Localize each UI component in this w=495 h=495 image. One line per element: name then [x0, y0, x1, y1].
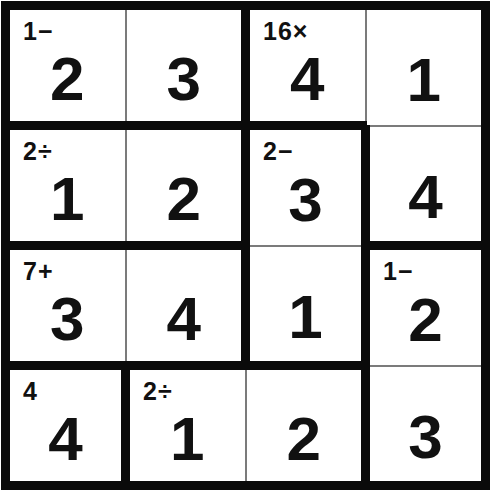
- cage-clue: 16×: [263, 19, 308, 44]
- cell-value: 1: [250, 260, 361, 348]
- cell-r2c0[interactable]: 7+ 3: [6, 246, 126, 366]
- cell-r1c0[interactable]: 2÷ 1: [6, 126, 126, 246]
- cell-value: 2: [127, 142, 242, 230]
- cell-value: 1: [367, 23, 482, 111]
- cell-value: 3: [370, 380, 481, 468]
- cage-clue: 1−: [383, 259, 414, 284]
- cell-r1c3[interactable]: 4: [366, 126, 486, 246]
- kenken-board: 1− 2 3 16× 4 1 2÷ 1 2: [1, 1, 490, 490]
- cell-r0c0[interactable]: 1− 2: [6, 6, 126, 126]
- cell-r3c2[interactable]: 2: [246, 366, 366, 486]
- cell-r3c1[interactable]: 2÷ 1: [126, 366, 246, 486]
- cage-clue: 1−: [23, 19, 54, 44]
- cell-r3c0[interactable]: 4 4: [6, 366, 126, 486]
- cage-clue: 2÷: [143, 379, 173, 404]
- board-row-0: 1− 2 3 16× 4 1: [6, 6, 486, 126]
- cell-value: 4: [127, 262, 242, 350]
- kenken-puzzle-page: 1− 2 3 16× 4 1 2÷ 1 2: [0, 0, 495, 495]
- cage-clue: 2÷: [23, 139, 53, 164]
- cell-r0c2[interactable]: 16× 4: [246, 6, 366, 126]
- cage-clue: 4: [23, 379, 38, 404]
- cell-r3c3[interactable]: 3: [366, 366, 486, 486]
- cell-r2c2[interactable]: 1: [246, 246, 366, 366]
- cell-value: 4: [370, 140, 481, 228]
- cell-value: 2: [247, 382, 362, 470]
- cell-r0c3[interactable]: 1: [366, 6, 486, 126]
- board-row-2: 7+ 3 4 1 1− 2: [6, 246, 486, 366]
- board-row-3: 4 4 2÷ 1 2 3: [6, 366, 486, 486]
- cell-r2c3[interactable]: 1− 2: [366, 246, 486, 366]
- cell-r0c1[interactable]: 3: [126, 6, 246, 126]
- cell-r1c2[interactable]: 2− 3: [246, 126, 366, 246]
- cell-r1c1[interactable]: 2: [126, 126, 246, 246]
- cage-clue: 7+: [23, 259, 54, 284]
- cage-clue: 2−: [263, 139, 294, 164]
- cell-r2c1[interactable]: 4: [126, 246, 246, 366]
- cell-value: 3: [127, 22, 242, 110]
- board-row-1: 2÷ 1 2 2− 3 4: [6, 126, 486, 246]
